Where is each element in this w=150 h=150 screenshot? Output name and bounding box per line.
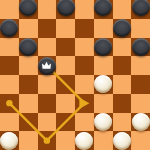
- square-r3c6[interactable]: [113, 56, 132, 75]
- square-r4c0[interactable]: [0, 75, 19, 94]
- white-man[interactable]: [94, 113, 112, 131]
- square-r5c5[interactable]: [94, 94, 113, 113]
- black-man[interactable]: [0, 19, 18, 37]
- square-r4c2[interactable]: [38, 75, 57, 94]
- square-r4c3[interactable]: [56, 75, 75, 94]
- white-man[interactable]: [132, 113, 150, 131]
- square-r5c4[interactable]: [75, 94, 94, 113]
- square-r6c5[interactable]: [94, 113, 113, 132]
- square-r2c1[interactable]: [19, 38, 38, 57]
- square-r3c1[interactable]: [19, 56, 38, 75]
- square-r4c1[interactable]: [19, 75, 38, 94]
- square-r0c5[interactable]: [94, 0, 113, 19]
- square-r1c4[interactable]: [75, 19, 94, 38]
- crown-icon: [41, 61, 52, 70]
- square-r5c7[interactable]: [131, 94, 150, 113]
- square-r7c1[interactable]: [19, 131, 38, 150]
- square-r3c5[interactable]: [94, 56, 113, 75]
- square-r6c4[interactable]: [75, 113, 94, 132]
- square-r6c3[interactable]: [56, 113, 75, 132]
- black-man[interactable]: [132, 0, 150, 16]
- black-man[interactable]: [113, 19, 131, 37]
- square-r2c6[interactable]: [113, 38, 132, 57]
- square-r6c0[interactable]: [0, 113, 19, 132]
- square-r4c6[interactable]: [113, 75, 132, 94]
- square-r1c7[interactable]: [131, 19, 150, 38]
- square-r7c0[interactable]: [0, 131, 19, 150]
- square-r0c7[interactable]: [131, 0, 150, 19]
- square-r5c1[interactable]: [19, 94, 38, 113]
- square-r0c4[interactable]: [75, 0, 94, 19]
- square-r4c4[interactable]: [75, 75, 94, 94]
- black-man[interactable]: [94, 38, 112, 56]
- square-r0c3[interactable]: [56, 0, 75, 19]
- square-r0c1[interactable]: [19, 0, 38, 19]
- square-r7c7[interactable]: [131, 131, 150, 150]
- black-king[interactable]: [38, 57, 56, 75]
- black-man[interactable]: [19, 38, 37, 56]
- square-r0c2[interactable]: [38, 0, 57, 19]
- square-r7c2[interactable]: [38, 131, 57, 150]
- square-r0c6[interactable]: [113, 0, 132, 19]
- square-r6c1[interactable]: [19, 113, 38, 132]
- black-man[interactable]: [94, 0, 112, 16]
- square-r1c6[interactable]: [113, 19, 132, 38]
- square-r5c3[interactable]: [56, 94, 75, 113]
- square-r2c2[interactable]: [38, 38, 57, 57]
- square-r7c5[interactable]: [94, 131, 113, 150]
- square-r6c7[interactable]: [131, 113, 150, 132]
- square-r7c6[interactable]: [113, 131, 132, 150]
- square-r3c7[interactable]: [131, 56, 150, 75]
- square-r3c0[interactable]: [0, 56, 19, 75]
- white-man[interactable]: [0, 132, 18, 150]
- white-man[interactable]: [94, 75, 112, 93]
- square-r3c4[interactable]: [75, 56, 94, 75]
- square-r5c6[interactable]: [113, 94, 132, 113]
- square-r5c0[interactable]: [0, 94, 19, 113]
- square-r7c3[interactable]: [56, 131, 75, 150]
- square-r0c0[interactable]: [0, 0, 19, 19]
- square-r1c3[interactable]: [56, 19, 75, 38]
- square-r1c1[interactable]: [19, 19, 38, 38]
- board: [0, 0, 150, 150]
- square-r3c3[interactable]: [56, 56, 75, 75]
- square-r5c2[interactable]: [38, 94, 57, 113]
- square-r2c7[interactable]: [131, 38, 150, 57]
- black-man[interactable]: [19, 0, 37, 16]
- square-r6c2[interactable]: [38, 113, 57, 132]
- square-r4c7[interactable]: [131, 75, 150, 94]
- white-man[interactable]: [113, 132, 131, 150]
- square-r3c2[interactable]: [38, 56, 57, 75]
- square-r1c0[interactable]: [0, 19, 19, 38]
- square-r1c2[interactable]: [38, 19, 57, 38]
- square-r7c4[interactable]: [75, 131, 94, 150]
- square-r2c5[interactable]: [94, 38, 113, 57]
- square-r6c6[interactable]: [113, 113, 132, 132]
- square-r2c3[interactable]: [56, 38, 75, 57]
- white-man[interactable]: [75, 132, 93, 150]
- square-r1c5[interactable]: [94, 19, 113, 38]
- black-man[interactable]: [57, 0, 75, 16]
- square-r2c4[interactable]: [75, 38, 94, 57]
- square-r2c0[interactable]: [0, 38, 19, 57]
- black-man[interactable]: [132, 38, 150, 56]
- square-r4c5[interactable]: [94, 75, 113, 94]
